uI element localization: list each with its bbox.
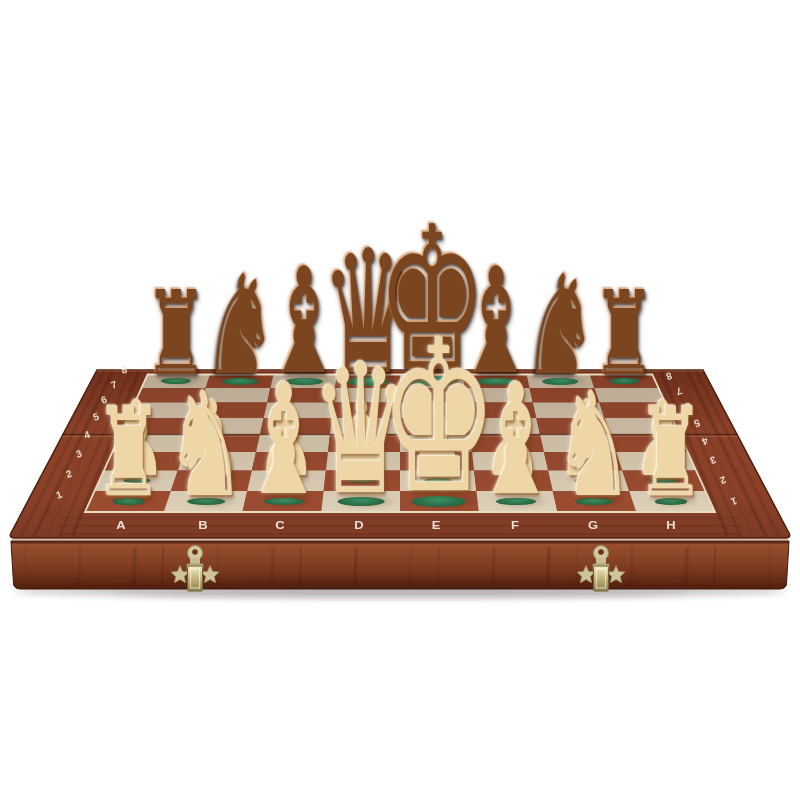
wood-grain-streak — [493, 547, 494, 586]
wood-grain-streak — [217, 547, 218, 586]
wood-grain-streak — [714, 547, 715, 586]
wood-grain-streak — [686, 547, 687, 586]
wood-grain-streak — [410, 547, 411, 586]
white-knight-glyph: ♞ — [554, 371, 635, 516]
wood-grain-streak — [272, 547, 273, 586]
latch-ring-hole — [598, 549, 604, 555]
wood-grain-streak — [162, 547, 163, 586]
chess-set-photo: chess ABCDEFGH1234567812345678 ♜♞♝♛♚♝♞♜♟… — [0, 0, 800, 800]
wood-grain-streak — [548, 547, 549, 586]
latch-buckle — [594, 566, 609, 591]
wood-grain-streak — [24, 547, 25, 586]
box-front-face — [11, 541, 789, 589]
latch-buckle — [188, 566, 203, 591]
wood-grain-streak — [438, 547, 439, 586]
wood-grain-streak — [355, 547, 356, 586]
wood-grain-streak — [769, 547, 770, 586]
wood-grain-streak — [79, 547, 80, 586]
wood-grain-streak — [631, 547, 632, 586]
wood-grain-streak — [300, 547, 301, 586]
wood-grain-streak — [576, 547, 577, 586]
white-bishop-glyph: ♝ — [474, 363, 560, 517]
white-rook-glyph: ♜ — [637, 391, 705, 514]
white-knight-glyph: ♞ — [166, 371, 247, 516]
wood-grain-streak — [134, 547, 135, 586]
latch-ring-hole — [192, 549, 198, 555]
white-rook-glyph: ♜ — [94, 391, 162, 514]
